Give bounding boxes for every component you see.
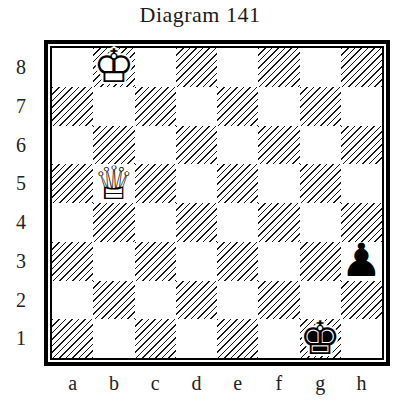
- square-e2: [217, 281, 258, 320]
- square-h3: ♟: [341, 242, 382, 281]
- square-a7: [52, 87, 93, 126]
- rank-label-8: 8: [6, 48, 36, 87]
- square-g7: [300, 87, 341, 126]
- file-label-c: c: [135, 369, 176, 397]
- square-b1: [93, 319, 134, 358]
- square-e7: [217, 87, 258, 126]
- square-f6: [258, 126, 299, 165]
- square-h7: [341, 87, 382, 126]
- square-b8: ♚♔: [93, 48, 134, 87]
- square-f3: [258, 242, 299, 281]
- square-g8: [300, 48, 341, 87]
- file-label-e: e: [217, 369, 258, 397]
- square-a2: [52, 281, 93, 320]
- square-h1: [341, 319, 382, 358]
- square-c3: [135, 242, 176, 281]
- square-d3: [176, 242, 217, 281]
- square-a5: [52, 164, 93, 203]
- square-b4: [93, 203, 134, 242]
- piece-black-king: ♚: [300, 319, 341, 358]
- square-a4: [52, 203, 93, 242]
- square-g4: [300, 203, 341, 242]
- square-f5: [258, 164, 299, 203]
- square-f1: [258, 319, 299, 358]
- square-h5: [341, 164, 382, 203]
- piece-black-pawn: ♟: [341, 242, 382, 281]
- square-a6: [52, 126, 93, 165]
- square-c8: [135, 48, 176, 87]
- file-label-f: f: [258, 369, 299, 397]
- rank-label-6: 6: [6, 126, 36, 165]
- rank-label-4: 4: [6, 203, 36, 242]
- rank-label-3: 3: [6, 242, 36, 281]
- rank-label-1: 1: [6, 319, 36, 358]
- file-label-h: h: [341, 369, 382, 397]
- square-d6: [176, 126, 217, 165]
- square-a8: [52, 48, 93, 87]
- square-f8: [258, 48, 299, 87]
- square-b2: [93, 281, 134, 320]
- square-c7: [135, 87, 176, 126]
- square-d1: [176, 319, 217, 358]
- board-grid: ♚♔♛♕♟♚: [52, 48, 382, 358]
- square-d7: [176, 87, 217, 126]
- square-d4: [176, 203, 217, 242]
- square-e4: [217, 203, 258, 242]
- square-b7: [93, 87, 134, 126]
- rank-label-2: 2: [6, 281, 36, 320]
- square-h6: [341, 126, 382, 165]
- square-e3: [217, 242, 258, 281]
- file-label-g: g: [300, 369, 341, 397]
- square-e1: [217, 319, 258, 358]
- square-g1: ♚: [300, 319, 341, 358]
- piece-white-queen: ♛♕: [93, 164, 134, 203]
- chess-diagram-page: Diagram 141 ♚♔♛♕♟♚ 87654321abcdefgh: [0, 0, 400, 400]
- square-g6: [300, 126, 341, 165]
- square-f4: [258, 203, 299, 242]
- square-c4: [135, 203, 176, 242]
- piece-white-king: ♚♔: [93, 48, 134, 87]
- square-d8: [176, 48, 217, 87]
- square-c2: [135, 281, 176, 320]
- square-e5: [217, 164, 258, 203]
- file-label-b: b: [93, 369, 134, 397]
- square-c5: [135, 164, 176, 203]
- square-e6: [217, 126, 258, 165]
- square-d2: [176, 281, 217, 320]
- square-f2: [258, 281, 299, 320]
- chess-board: ♚♔♛♕♟♚: [44, 40, 390, 366]
- rank-label-5: 5: [6, 164, 36, 203]
- square-e8: [217, 48, 258, 87]
- square-c6: [135, 126, 176, 165]
- square-h8: [341, 48, 382, 87]
- square-h2: [341, 281, 382, 320]
- square-g5: [300, 164, 341, 203]
- file-label-d: d: [176, 369, 217, 397]
- square-d5: [176, 164, 217, 203]
- diagram-title: Diagram 141: [0, 2, 400, 28]
- square-g3: [300, 242, 341, 281]
- board-inner-frame: ♚♔♛♕♟♚: [50, 46, 384, 360]
- square-b3: [93, 242, 134, 281]
- square-f7: [258, 87, 299, 126]
- square-a3: [52, 242, 93, 281]
- rank-label-7: 7: [6, 87, 36, 126]
- file-label-a: a: [52, 369, 93, 397]
- square-c1: [135, 319, 176, 358]
- square-a1: [52, 319, 93, 358]
- square-b5: ♛♕: [93, 164, 134, 203]
